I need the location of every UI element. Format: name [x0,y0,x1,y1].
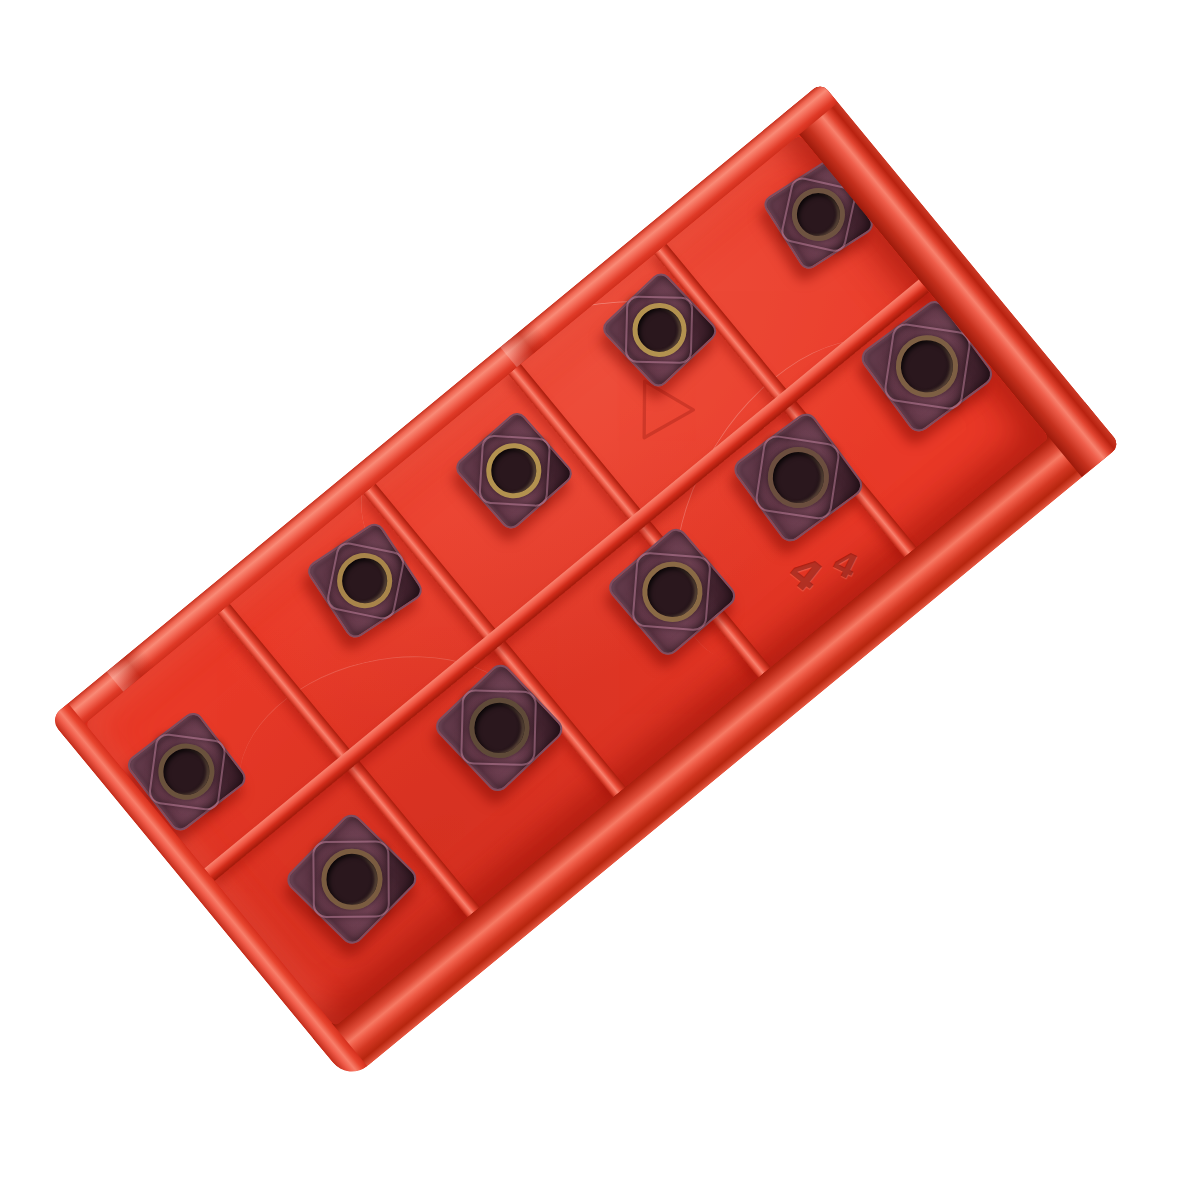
insert-center-hole [327,542,404,619]
tray-body: 44 [50,83,1121,1082]
insert-center-hole [475,432,553,510]
insert-center-hole [621,292,698,369]
insert-center-hole [884,323,970,409]
insert-center-hole [457,686,541,770]
embossed-numeral: 4 [780,549,829,600]
insert-center-hole [309,836,395,922]
product-photo-stage: 44 [0,0,1200,1200]
embossed-numeral: 4 [827,544,863,585]
insert-center-hole [782,178,855,251]
carbide-insert [604,524,739,659]
insert-tray: 44 [50,83,1121,1082]
insert-center-hole [756,435,841,520]
insert-center-hole [630,550,714,634]
insert-center-hole [147,732,226,811]
